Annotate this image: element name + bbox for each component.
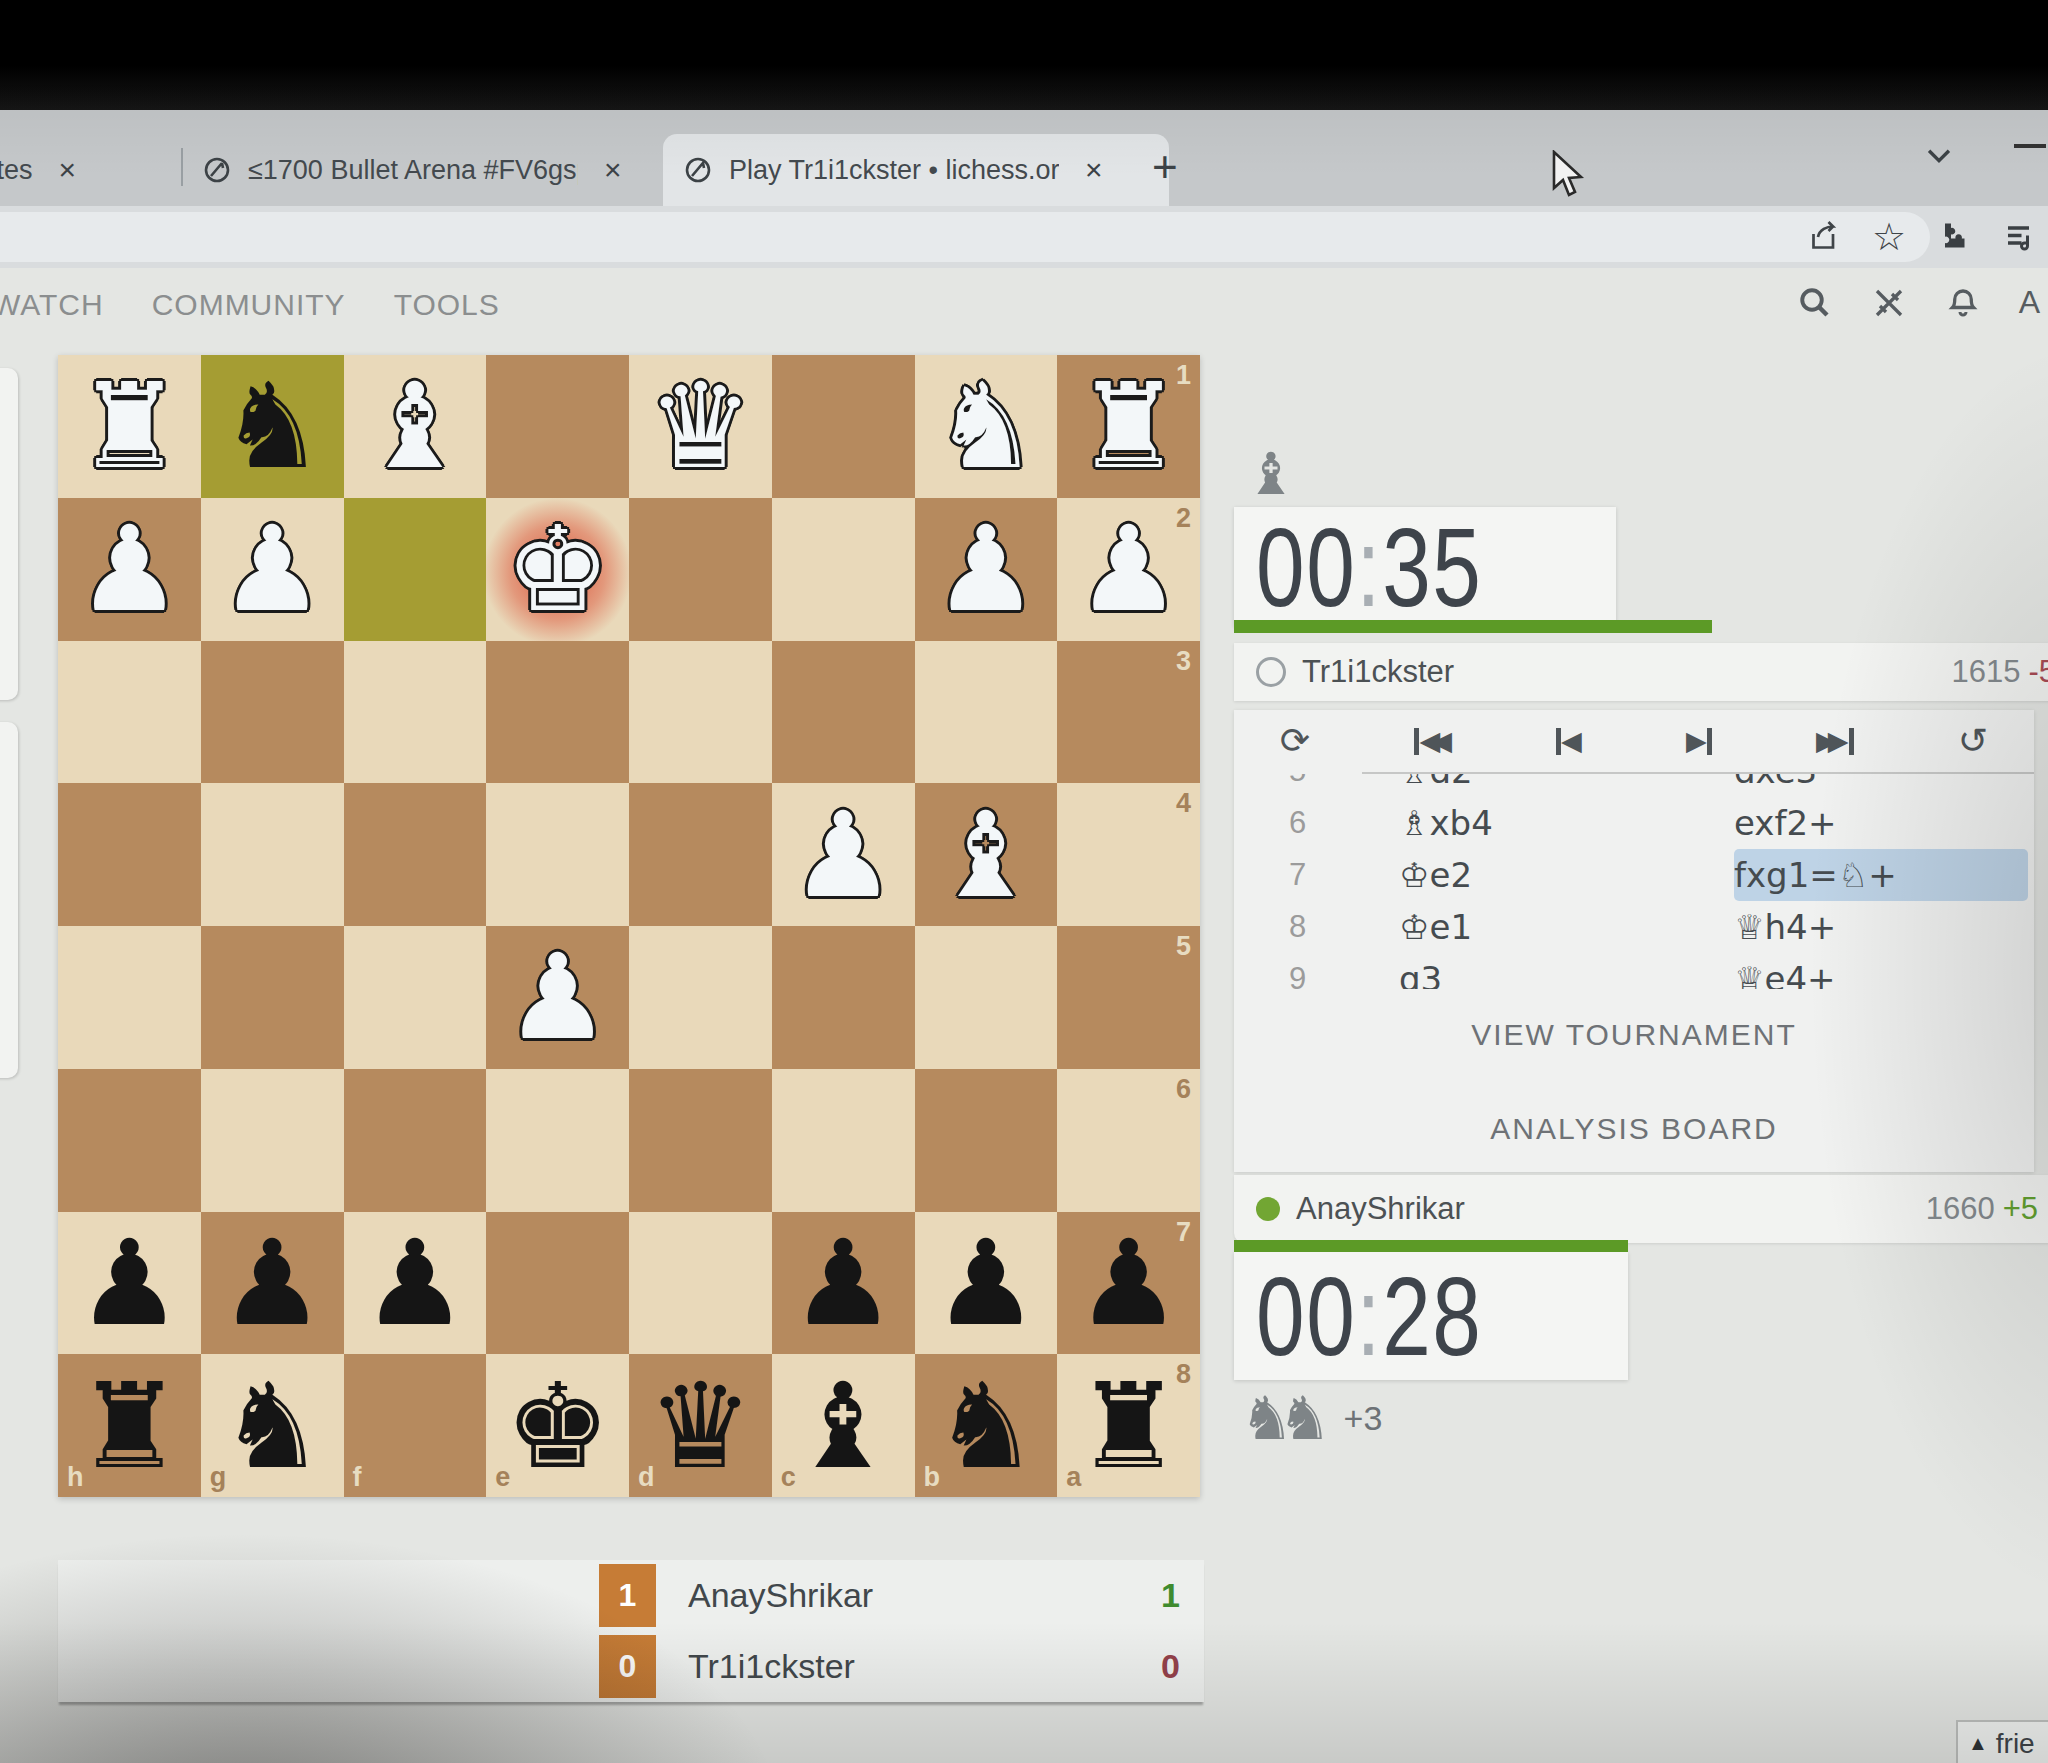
player-status-dot-icon — [1256, 657, 1286, 687]
chess-board[interactable]: ♜♞♝♛♞1♜♟♟♚♟2♟3♟♝4♟56♟♟♟♟♟7♟h♜g♞fe♚d♛c♝b♞… — [58, 355, 1200, 1497]
white-move[interactable]: ♔e2 — [1399, 855, 1734, 895]
square-d8[interactable]: d♛ — [629, 1354, 772, 1497]
black-rook[interactable]: ♜ — [58, 1354, 201, 1497]
online-status-dot-icon — [1256, 1197, 1280, 1221]
window-minimize-icon[interactable] — [2014, 144, 2046, 148]
clipped-left-card — [0, 722, 18, 1078]
black-knight[interactable]: ♞ — [915, 1354, 1058, 1497]
square-a5[interactable]: 5 — [1057, 926, 1200, 1069]
square-a2[interactable]: 2♟ — [1057, 498, 1200, 641]
clock-seconds: 28 — [1382, 1254, 1482, 1379]
square-h7[interactable]: ♟ — [58, 1212, 201, 1355]
tab-close-icon[interactable]: × — [604, 153, 622, 187]
tab-title: mplates — [0, 155, 33, 186]
white-pawn[interactable]: ♟ — [915, 498, 1058, 641]
move-row[interactable]: 6 ♗xb4 exf2+ — [1234, 797, 2034, 849]
next-move-button[interactable]: ▶ — [1686, 728, 1712, 755]
square-g8[interactable]: g♞ — [201, 1354, 344, 1497]
white-queen[interactable]: ♛ — [629, 355, 772, 498]
black-king[interactable]: ♚ — [486, 1354, 629, 1497]
white-move[interactable]: ♗d2 — [1399, 774, 1734, 791]
black-move[interactable]: dxe3 — [1734, 774, 1817, 791]
crosstable-row[interactable]: 0 Tr1i1ckster 0 — [58, 1631, 1204, 1702]
laptop-screen: mplates × ≤1700 Bullet Arena #FV6gspeb •… — [0, 0, 2048, 1763]
square-b3[interactable] — [915, 641, 1058, 784]
move-controls: ⟳ ◀◀ ◀ ▶ ▶▶ ↺ — [1234, 710, 2034, 772]
laptop-bezel — [0, 0, 2048, 110]
tab-play-active[interactable]: Play Tr1i1ckster • lichess.org × — [663, 134, 1169, 206]
square-g7[interactable]: ♟ — [201, 1212, 344, 1355]
square-g6[interactable] — [201, 1069, 344, 1212]
captured-knight-icon: ♞ — [1278, 1383, 1332, 1453]
black-rating-delta: +5 — [2003, 1191, 2038, 1227]
captured-bishop-icon: ♝ — [1245, 440, 1297, 508]
white-time-bar — [1234, 620, 1712, 633]
rank-coordinate: 6 — [1176, 1074, 1191, 1105]
crosstable-player-name[interactable]: Tr1i1ckster — [688, 1647, 855, 1686]
black-player-row[interactable]: AnayShrikar 1660 +5 — [1234, 1175, 2048, 1243]
captured-pieces-white-tray: ♝ — [1245, 440, 1297, 508]
analysis-board-button[interactable]: ANALYSIS BOARD — [1234, 1112, 2034, 1146]
square-a3[interactable]: 3 — [1057, 641, 1200, 784]
square-b2[interactable]: ♟ — [915, 498, 1058, 641]
white-knight[interactable]: ♞ — [915, 355, 1058, 498]
clock-minutes: 00 — [1256, 1254, 1356, 1379]
square-e4[interactable] — [486, 783, 629, 926]
browser-toolbar: ☆ — [0, 206, 2048, 268]
file-coordinate: f — [353, 1462, 362, 1493]
rank-coordinate: 5 — [1176, 931, 1191, 962]
square-h2[interactable]: ♟ — [58, 498, 201, 641]
white-bishop[interactable]: ♝ — [344, 355, 487, 498]
black-bishop[interactable]: ♝ — [772, 1354, 915, 1497]
square-a1[interactable]: 1♜ — [1057, 355, 1200, 498]
square-d6[interactable] — [629, 1069, 772, 1212]
collapse-up-icon: ▲ — [1968, 1732, 1988, 1755]
square-h1[interactable]: ♜ — [58, 355, 201, 498]
black-pawn[interactable]: ♟ — [201, 1212, 344, 1355]
previous-move-button[interactable]: ◀ — [1556, 728, 1582, 755]
profile-initial[interactable]: A — [2019, 284, 2040, 321]
tab-bullet-arena[interactable]: ≤1700 Bullet Arena #FV6gspeb • × — [202, 134, 654, 206]
square-c6[interactable] — [772, 1069, 915, 1212]
tab-title: Play Tr1i1ckster • lichess.org — [729, 155, 1059, 186]
black-pawn[interactable]: ♟ — [772, 1212, 915, 1355]
tab-close-icon[interactable]: × — [1085, 153, 1103, 187]
lichess-favicon-icon — [683, 155, 713, 185]
tab-separator — [181, 148, 183, 186]
square-a7[interactable]: 7♟ — [1057, 1212, 1200, 1355]
white-bishop[interactable]: ♝ — [915, 783, 1058, 926]
black-pawn[interactable]: ♟ — [915, 1212, 1058, 1355]
friends-label: frie — [1996, 1728, 2035, 1760]
notifications-bell-icon[interactable] — [1945, 285, 1981, 321]
black-move[interactable]: ♕e4+ — [1734, 959, 1836, 989]
square-d1[interactable]: ♛ — [629, 355, 772, 498]
bookmark-star-icon[interactable]: ☆ — [1872, 219, 1906, 255]
new-tab-button[interactable]: + — [1152, 142, 1178, 192]
white-king[interactable]: ♚ — [486, 498, 629, 641]
clock-seconds: 35 — [1382, 505, 1482, 630]
black-time-bar — [1234, 1240, 1628, 1252]
square-d3[interactable] — [629, 641, 772, 784]
black-player-name[interactable]: AnayShrikar — [1296, 1191, 1465, 1227]
square-c2[interactable] — [772, 498, 915, 641]
square-f6[interactable] — [344, 1069, 487, 1212]
square-f3[interactable] — [344, 641, 487, 784]
black-queen[interactable]: ♛ — [629, 1354, 772, 1497]
square-b6[interactable] — [915, 1069, 1058, 1212]
square-d5[interactable] — [629, 926, 772, 1069]
white-rook[interactable]: ♜ — [1057, 355, 1200, 498]
square-b5[interactable] — [915, 926, 1058, 1069]
square-f1[interactable]: ♝ — [344, 355, 487, 498]
black-clock: 00:28 — [1234, 1252, 1628, 1380]
square-d7[interactable] — [629, 1212, 772, 1355]
square-e2[interactable]: ♚ — [486, 498, 629, 641]
nav-item-watch[interactable]: WATCH — [0, 288, 104, 322]
square-a8[interactable]: 8a♜ — [1057, 1354, 1200, 1497]
white-player-name[interactable]: Tr1i1ckster — [1302, 654, 1454, 690]
extensions-puzzle-icon[interactable] — [1936, 219, 1972, 255]
nav-item-tools[interactable]: TOOLS — [394, 288, 500, 322]
friends-box-toggle[interactable]: ▲ frie — [1956, 1720, 2048, 1763]
lichess-favicon-icon — [202, 155, 232, 185]
square-c1[interactable] — [772, 355, 915, 498]
crosstable-player-name[interactable]: AnayShrikar — [688, 1576, 873, 1615]
white-player-row[interactable]: Tr1i1ckster 1615 -5 — [1234, 643, 2048, 701]
square-f2[interactable] — [344, 498, 487, 641]
search-icon[interactable] — [1797, 285, 1833, 321]
white-player-rating: 1615 — [1951, 654, 2020, 690]
clock-minutes: 00 — [1256, 505, 1356, 630]
rank-coordinate: 4 — [1176, 788, 1191, 819]
square-b7[interactable]: ♟ — [915, 1212, 1058, 1355]
move-row-current[interactable]: 7 ♔e2 fxg1=♘+ — [1234, 849, 2034, 901]
square-e5[interactable]: ♟ — [486, 926, 629, 1069]
square-g5[interactable] — [201, 926, 344, 1069]
mouse-cursor — [1548, 150, 1590, 200]
square-g2[interactable]: ♟ — [201, 498, 344, 641]
square-a6[interactable]: 6 — [1057, 1069, 1200, 1212]
black-move-highlighted[interactable]: fxg1=♘+ — [1734, 855, 1897, 895]
square-f5[interactable] — [344, 926, 487, 1069]
square-c5[interactable] — [772, 926, 915, 1069]
square-f8[interactable]: f — [344, 1354, 487, 1497]
takeback-undo-button[interactable]: ↺ — [1958, 723, 1988, 759]
white-move[interactable]: ♗xb4 — [1399, 803, 1734, 843]
black-move[interactable]: ♕h4+ — [1734, 907, 1836, 947]
white-pawn[interactable]: ♟ — [486, 926, 629, 1069]
square-h5[interactable] — [58, 926, 201, 1069]
square-e8[interactable]: e♚ — [486, 1354, 629, 1497]
square-a4[interactable]: 4 — [1057, 783, 1200, 926]
white-pawn[interactable]: ♟ — [772, 783, 915, 926]
square-e3[interactable] — [486, 641, 629, 784]
last-move-button[interactable]: ▶▶ — [1816, 728, 1854, 755]
square-e6[interactable] — [486, 1069, 629, 1212]
square-d4[interactable] — [629, 783, 772, 926]
crosstable-total: 1 — [1161, 1576, 1180, 1615]
site-nav: WATCH COMMUNITY TOOLS — [0, 288, 500, 322]
browser-tab-strip: mplates × ≤1700 Bullet Arena #FV6gspeb •… — [0, 110, 2048, 206]
square-g3[interactable] — [201, 641, 344, 784]
square-c7[interactable]: ♟ — [772, 1212, 915, 1355]
site-nav-icons: A — [1797, 284, 2040, 321]
square-h8[interactable]: h♜ — [58, 1354, 201, 1497]
rank-coordinate: 3 — [1176, 646, 1191, 677]
captured-pieces-black-tray: ♞♞ +3 — [1240, 1388, 1382, 1448]
square-c3[interactable] — [772, 641, 915, 784]
square-e7[interactable] — [486, 1212, 629, 1355]
move-list[interactable]: 5 ♗d2 dxe3 6 ♗xb4 exf2+ 7 ♔e2 fxg1=♘+ 8 … — [1234, 774, 2034, 989]
square-g4[interactable] — [201, 783, 344, 926]
square-f7[interactable]: ♟ — [344, 1212, 487, 1355]
first-move-button[interactable]: ◀◀ — [1414, 728, 1452, 755]
square-h6[interactable] — [58, 1069, 201, 1212]
black-rook[interactable]: ♜ — [1057, 1354, 1200, 1497]
white-rating-delta: -5 — [2028, 654, 2048, 690]
black-pawn[interactable]: ♟ — [1057, 1212, 1200, 1355]
square-c8[interactable]: c♝ — [772, 1354, 915, 1497]
tab-search-chevron-icon[interactable] — [1922, 138, 1956, 172]
square-h3[interactable] — [58, 641, 201, 784]
move-row[interactable]: 5 ♗d2 dxe3 — [1234, 774, 2034, 797]
crosstable-total: 0 — [1161, 1647, 1180, 1686]
square-b1[interactable]: ♞ — [915, 355, 1058, 498]
white-rook[interactable]: ♜ — [58, 355, 201, 498]
move-row[interactable]: 8 ♔e1 ♕h4+ — [1234, 901, 2034, 953]
nav-item-community[interactable]: COMMUNITY — [152, 288, 346, 322]
challenges-crossed-swords-icon[interactable] — [1871, 285, 1907, 321]
tab-title: ≤1700 Bullet Arena #FV6gspeb • — [248, 155, 578, 186]
black-knight[interactable]: ♞ — [201, 355, 344, 498]
game-panel-card: ⟳ ◀◀ ◀ ▶ ▶▶ ↺ 5 ♗d2 dxe3 6 ♗xb4 exf2+ 7 … — [1234, 710, 2034, 1172]
address-bar[interactable] — [0, 212, 1930, 262]
white-move[interactable]: ♔e1 — [1399, 907, 1734, 947]
square-b8[interactable]: b♞ — [915, 1354, 1058, 1497]
square-d2[interactable] — [629, 498, 772, 641]
black-pawn[interactable]: ♟ — [58, 1212, 201, 1355]
share-icon[interactable] — [1806, 219, 1842, 255]
sidebar-list-icon[interactable] — [2002, 219, 2038, 255]
black-pawn[interactable]: ♟ — [344, 1212, 487, 1355]
game-result-cell: 1 — [599, 1564, 656, 1627]
white-move[interactable]: g3 — [1399, 959, 1734, 989]
white-pawn[interactable]: ♟ — [58, 498, 201, 641]
crosstable-row[interactable]: 1 AnayShrikar 1 — [58, 1560, 1204, 1631]
flip-board-button[interactable]: ⟳ — [1280, 723, 1310, 759]
black-knight[interactable]: ♞ — [201, 1354, 344, 1497]
white-pawn[interactable]: ♟ — [1057, 498, 1200, 641]
square-f4[interactable] — [344, 783, 487, 926]
white-pawn[interactable]: ♟ — [201, 498, 344, 641]
white-clock: 00:35 — [1234, 507, 1616, 627]
square-e1[interactable] — [486, 355, 629, 498]
clipped-left-card — [0, 368, 18, 700]
square-b4[interactable]: ♝ — [915, 783, 1058, 926]
tab-close-icon[interactable]: × — [59, 153, 77, 187]
tab-templates[interactable]: mplates × — [0, 134, 178, 206]
square-c4[interactable]: ♟ — [772, 783, 915, 926]
black-player-rating: 1660 — [1926, 1191, 1995, 1227]
crosstable: 1 AnayShrikar 1 0 Tr1i1ckster 0 — [58, 1560, 1204, 1702]
square-g1[interactable]: ♞ — [201, 355, 344, 498]
black-move[interactable]: exf2+ — [1734, 803, 1837, 843]
square-h4[interactable] — [58, 783, 201, 926]
material-diff: +3 — [1344, 1399, 1383, 1438]
game-result-cell: 0 — [599, 1635, 656, 1698]
view-tournament-button[interactable]: VIEW TOURNAMENT — [1234, 1018, 2034, 1052]
move-row[interactable]: 9 g3 ♕e4+ — [1234, 953, 2034, 989]
